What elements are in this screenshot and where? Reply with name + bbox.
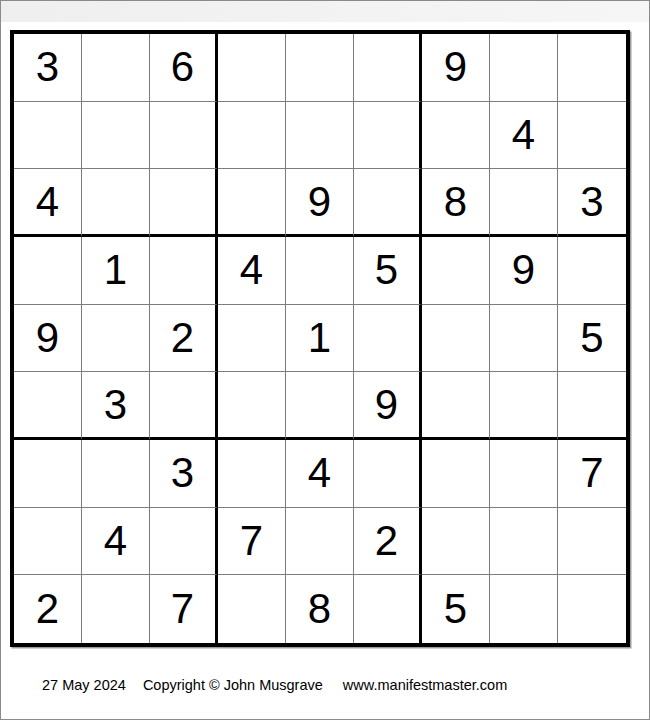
cell-r6c1-empty[interactable] — [14, 372, 82, 440]
cell-r9c6-empty[interactable] — [354, 575, 422, 643]
cell-r8c1-empty[interactable] — [14, 508, 82, 576]
cell-r1c3-given: 6 — [150, 34, 218, 102]
cell-r7c6-empty[interactable] — [354, 440, 422, 508]
cell-r2c9-empty[interactable] — [558, 102, 626, 170]
cell-r7c8-empty[interactable] — [490, 440, 558, 508]
footer-copyright: Copyright © John Musgrave — [143, 677, 323, 693]
cell-r1c4-empty[interactable] — [218, 34, 286, 102]
footer-website: www.manifestmaster.com — [343, 677, 507, 693]
cell-r2c4-empty[interactable] — [218, 102, 286, 170]
cell-r4c9-empty[interactable] — [558, 237, 626, 305]
cell-r7c2-empty[interactable] — [82, 440, 150, 508]
cell-r7c7-empty[interactable] — [422, 440, 490, 508]
cell-r3c9-given: 3 — [558, 169, 626, 237]
cell-r5c1-given: 9 — [14, 305, 82, 373]
cell-r5c2-empty[interactable] — [82, 305, 150, 373]
cell-r1c6-empty[interactable] — [354, 34, 422, 102]
cell-r9c7-given: 5 — [422, 575, 490, 643]
cell-r8c3-empty[interactable] — [150, 508, 218, 576]
cell-r5c6-empty[interactable] — [354, 305, 422, 373]
cell-r9c1-given: 2 — [14, 575, 82, 643]
cell-r6c4-empty[interactable] — [218, 372, 286, 440]
sudoku-board: 3694498314599215393474722785 — [10, 30, 630, 647]
cell-r4c4-given: 4 — [218, 237, 286, 305]
cell-r8c8-empty[interactable] — [490, 508, 558, 576]
cell-r1c8-empty[interactable] — [490, 34, 558, 102]
top-band — [1, 1, 649, 22]
cell-r4c6-given: 5 — [354, 237, 422, 305]
cell-r5c8-empty[interactable] — [490, 305, 558, 373]
cell-r5c9-given: 5 — [558, 305, 626, 373]
cell-r1c5-empty[interactable] — [286, 34, 354, 102]
cell-r6c6-given: 9 — [354, 372, 422, 440]
cell-r2c5-empty[interactable] — [286, 102, 354, 170]
cell-r6c5-empty[interactable] — [286, 372, 354, 440]
cell-r3c2-empty[interactable] — [82, 169, 150, 237]
cell-r3c7-given: 8 — [422, 169, 490, 237]
cell-r1c1-given: 3 — [14, 34, 82, 102]
cell-r6c2-given: 3 — [82, 372, 150, 440]
cell-r7c3-given: 3 — [150, 440, 218, 508]
cell-r8c2-given: 4 — [82, 508, 150, 576]
cell-r1c7-given: 9 — [422, 34, 490, 102]
cell-r6c7-empty[interactable] — [422, 372, 490, 440]
cell-r4c7-empty[interactable] — [422, 237, 490, 305]
cell-r4c2-given: 1 — [82, 237, 150, 305]
cell-r9c9-empty[interactable] — [558, 575, 626, 643]
cell-r3c1-given: 4 — [14, 169, 82, 237]
cell-r6c3-empty[interactable] — [150, 372, 218, 440]
cell-r6c8-empty[interactable] — [490, 372, 558, 440]
cell-r7c1-empty[interactable] — [14, 440, 82, 508]
cell-r8c9-empty[interactable] — [558, 508, 626, 576]
cell-r6c9-empty[interactable] — [558, 372, 626, 440]
cell-r2c3-empty[interactable] — [150, 102, 218, 170]
cell-r9c8-empty[interactable] — [490, 575, 558, 643]
cell-r4c8-given: 9 — [490, 237, 558, 305]
cell-r8c4-given: 7 — [218, 508, 286, 576]
cell-r9c4-empty[interactable] — [218, 575, 286, 643]
cell-r2c8-given: 4 — [490, 102, 558, 170]
footer-date: 27 May 2024 — [42, 677, 126, 693]
cell-r9c3-given: 7 — [150, 575, 218, 643]
cell-r4c3-empty[interactable] — [150, 237, 218, 305]
cell-r5c4-empty[interactable] — [218, 305, 286, 373]
cell-r9c2-empty[interactable] — [82, 575, 150, 643]
cell-r2c7-empty[interactable] — [422, 102, 490, 170]
cell-r2c6-empty[interactable] — [354, 102, 422, 170]
cell-r8c5-empty[interactable] — [286, 508, 354, 576]
footer: 27 May 2024 Copyright © John Musgrave ww… — [42, 677, 507, 693]
cell-r3c4-empty[interactable] — [218, 169, 286, 237]
cell-r5c5-given: 1 — [286, 305, 354, 373]
cell-r3c6-empty[interactable] — [354, 169, 422, 237]
cell-r2c2-empty[interactable] — [82, 102, 150, 170]
cell-r8c6-given: 2 — [354, 508, 422, 576]
puzzle-page: 3694498314599215393474722785 27 May 2024… — [0, 0, 650, 720]
cell-r7c4-empty[interactable] — [218, 440, 286, 508]
cell-r4c5-empty[interactable] — [286, 237, 354, 305]
cell-r2c1-empty[interactable] — [14, 102, 82, 170]
cell-r3c8-empty[interactable] — [490, 169, 558, 237]
cell-r7c9-given: 7 — [558, 440, 626, 508]
cell-r3c3-empty[interactable] — [150, 169, 218, 237]
cell-r5c7-empty[interactable] — [422, 305, 490, 373]
cell-r1c9-empty[interactable] — [558, 34, 626, 102]
cell-r5c3-given: 2 — [150, 305, 218, 373]
cell-r3c5-given: 9 — [286, 169, 354, 237]
cell-r7c5-given: 4 — [286, 440, 354, 508]
cell-r9c5-given: 8 — [286, 575, 354, 643]
cell-r4c1-empty[interactable] — [14, 237, 82, 305]
cell-r1c2-empty[interactable] — [82, 34, 150, 102]
cell-r8c7-empty[interactable] — [422, 508, 490, 576]
